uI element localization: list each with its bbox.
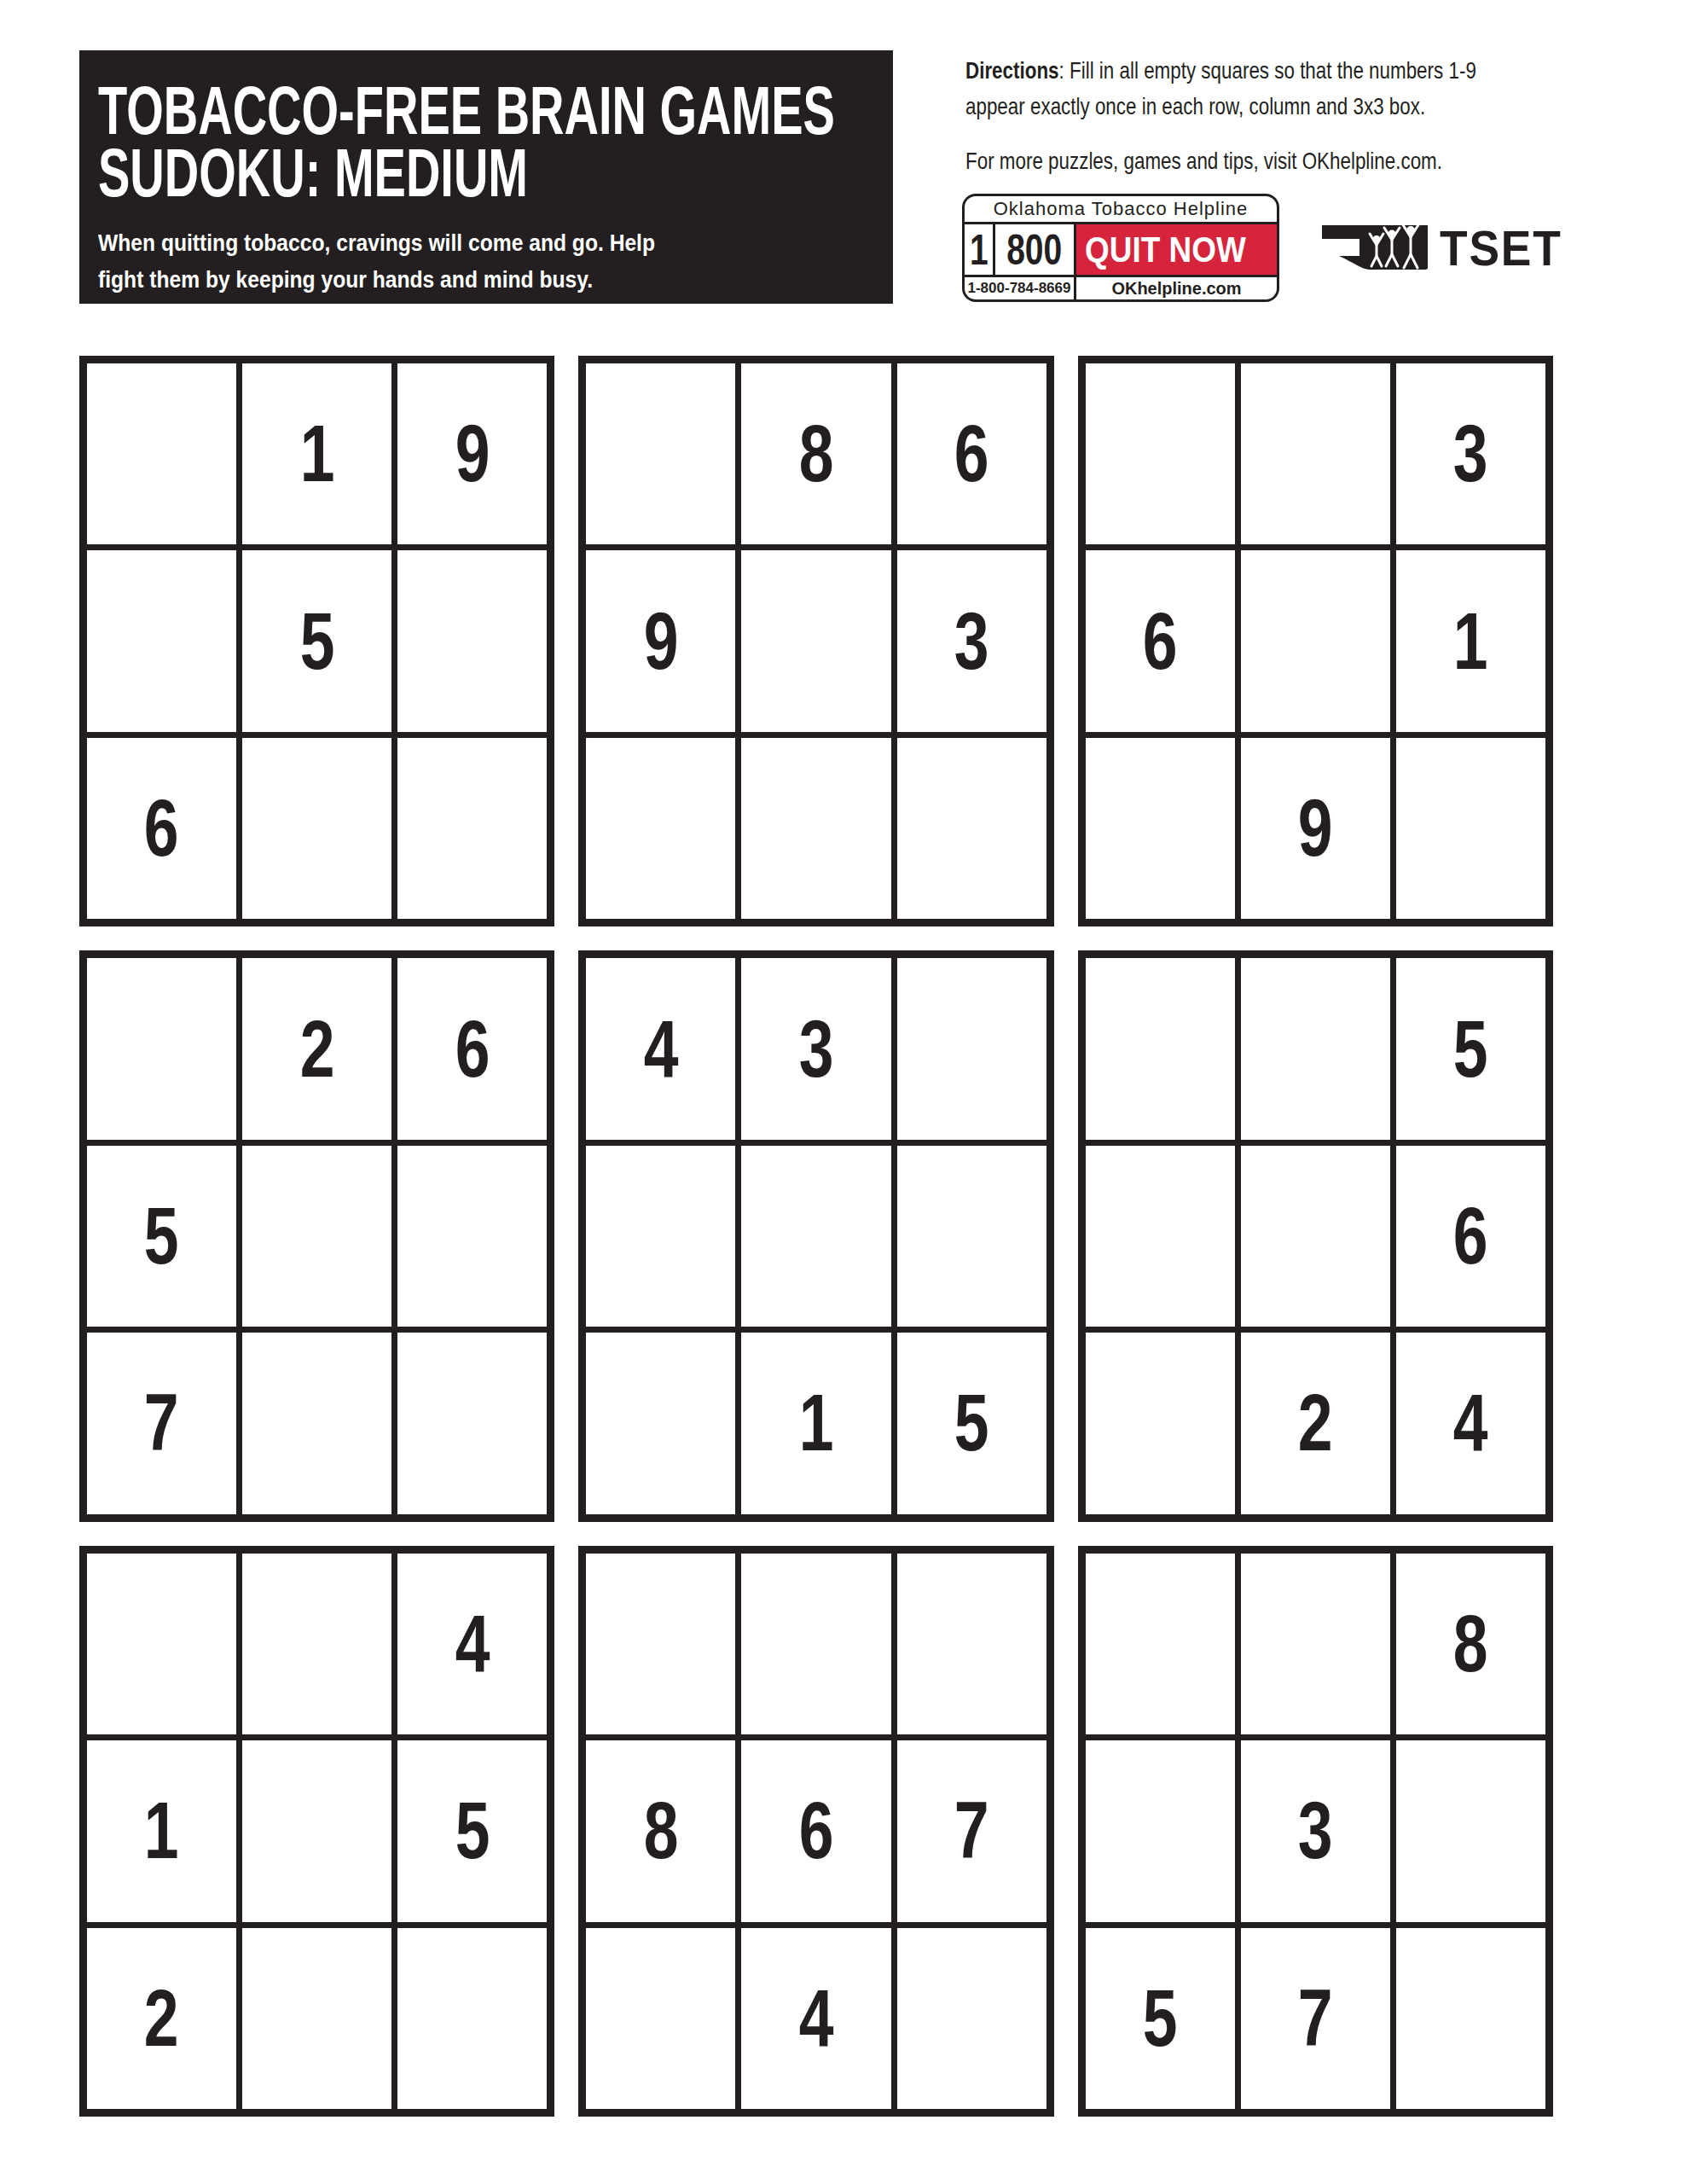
given-digit: 9 xyxy=(1293,788,1337,868)
cell-r5c5[interactable] xyxy=(741,1146,890,1327)
cell-r5c4[interactable] xyxy=(586,1146,735,1327)
page-title-line1-text: TOBACCO-FREE BRAIN GAMES xyxy=(98,79,835,142)
given-digit: 6 xyxy=(794,1791,838,1871)
given-digit: 1 xyxy=(295,414,339,494)
cell-r6c4[interactable] xyxy=(586,1333,735,1513)
cell-r3c2[interactable] xyxy=(242,738,391,919)
cell-r9c3[interactable] xyxy=(397,1928,547,2109)
helpline-number-row: 1 800 QUIT NOW xyxy=(965,224,1277,275)
cell-r9c4[interactable] xyxy=(586,1928,735,2109)
cell-r6c8[interactable]: 2 xyxy=(1241,1333,1390,1513)
cell-r2c7[interactable]: 6 xyxy=(1086,550,1235,731)
cell-r9c5[interactable]: 4 xyxy=(741,1928,890,2109)
directions-more: For more puzzles, games and tips, visit … xyxy=(965,143,1687,179)
tset-logo: TSET xyxy=(1320,213,1573,282)
given-digit: 8 xyxy=(794,414,838,494)
block-r1c2: 8693 xyxy=(578,356,1053,926)
given-digit: 1 xyxy=(1448,601,1493,682)
given-digit: 3 xyxy=(1293,1791,1337,1871)
header-subtitle-line1: When quitting tobacco, cravings will com… xyxy=(98,224,655,261)
given-digit: 5 xyxy=(949,1383,994,1463)
given-digit: 6 xyxy=(139,788,183,868)
block-r1c1: 1956 xyxy=(79,356,554,926)
cell-r6c3[interactable] xyxy=(397,1333,547,1513)
cell-r8c5[interactable]: 6 xyxy=(741,1740,890,1921)
cell-r8c1[interactable]: 1 xyxy=(87,1740,236,1921)
given-digit: 3 xyxy=(794,1009,838,1089)
given-digit: 2 xyxy=(295,1009,339,1089)
helpline-phone-text: 1-800-784-8669 xyxy=(968,280,1071,297)
directions-text1: : Fill in all empty squares so that the … xyxy=(1059,57,1476,84)
block-r1c3: 3619 xyxy=(1078,356,1553,926)
tset-oklahoma-icon xyxy=(1320,213,1429,282)
cell-r2c4[interactable]: 9 xyxy=(586,550,735,731)
helpline-title: Oklahoma Tobacco Helpline xyxy=(965,196,1277,224)
cell-r6c6[interactable]: 5 xyxy=(897,1333,1046,1513)
cell-r3c6[interactable] xyxy=(897,738,1046,919)
cell-r5c9[interactable]: 6 xyxy=(1396,1146,1545,1327)
cell-r3c3[interactable] xyxy=(397,738,547,919)
sudoku-board: 195686933619265743155624415286748357 xyxy=(79,356,1553,2117)
cell-r9c6[interactable] xyxy=(897,1928,1046,2109)
given-digit: 4 xyxy=(450,1604,495,1684)
cell-r1c9[interactable]: 3 xyxy=(1396,363,1545,544)
header-subtitle: When quitting tobacco, cravings will com… xyxy=(98,224,893,298)
given-digit: 5 xyxy=(1138,1978,1182,2059)
given-digit: 8 xyxy=(639,1791,683,1871)
block-r2c2: 4315 xyxy=(578,950,1053,1521)
cell-r7c5[interactable] xyxy=(741,1554,890,1734)
given-digit: 6 xyxy=(949,414,994,494)
cell-r8c2[interactable] xyxy=(242,1740,391,1921)
cell-r2c2[interactable]: 5 xyxy=(242,550,391,731)
cell-r1c5[interactable]: 8 xyxy=(741,363,890,544)
cell-r9c8[interactable]: 7 xyxy=(1241,1928,1390,2109)
cell-r2c3[interactable] xyxy=(397,550,547,731)
cell-r6c1[interactable]: 7 xyxy=(87,1333,236,1513)
given-digit: 1 xyxy=(139,1791,183,1871)
directions-more-text: For more puzzles, games and tips, visit … xyxy=(965,143,1442,179)
directions-line2: appear exactly once in each row, column … xyxy=(965,89,1687,125)
helpline-800: 800 xyxy=(995,224,1074,275)
cell-r9c9[interactable] xyxy=(1396,1928,1545,2109)
directions-label: Directions xyxy=(965,57,1059,84)
tset-label: TSET xyxy=(1440,219,1562,276)
cell-r4c5[interactable]: 3 xyxy=(741,958,890,1139)
cell-r3c7[interactable] xyxy=(1086,738,1235,919)
cell-r8c4[interactable]: 8 xyxy=(586,1740,735,1921)
cell-r8c6[interactable]: 7 xyxy=(897,1740,1046,1921)
directions-text2: appear exactly once in each row, column … xyxy=(965,89,1425,125)
cell-r8c9[interactable] xyxy=(1396,1740,1545,1921)
cell-r6c2[interactable] xyxy=(242,1333,391,1513)
helpline-phone: 1-800-784-8669 xyxy=(965,277,1076,299)
cell-r4c8[interactable] xyxy=(1241,958,1390,1139)
cell-r1c4[interactable] xyxy=(586,363,735,544)
cell-r4c2[interactable]: 2 xyxy=(242,958,391,1139)
cell-r9c2[interactable] xyxy=(242,1928,391,2109)
header-subtitle-line2: fight them by keeping your hands and min… xyxy=(98,261,593,298)
header-box: TOBACCO-FREE BRAIN GAMES SUDOKU: MEDIUM … xyxy=(79,50,893,304)
cell-r4c3[interactable]: 6 xyxy=(397,958,547,1139)
given-digit: 6 xyxy=(450,1009,495,1089)
helpline-title-text: Oklahoma Tobacco Helpline xyxy=(994,198,1249,220)
cell-r5c7[interactable] xyxy=(1086,1146,1235,1327)
quit-now-badge: QUIT NOW xyxy=(1074,224,1277,275)
cell-r7c3[interactable]: 4 xyxy=(397,1554,547,1734)
cell-r3c9[interactable] xyxy=(1396,738,1545,919)
cell-r5c8[interactable] xyxy=(1241,1146,1390,1327)
oklahoma-tobacco-helpline-logo: Oklahoma Tobacco Helpline 1 800 QUIT NOW… xyxy=(962,194,1279,302)
given-digit: 5 xyxy=(1448,1009,1493,1089)
cell-r7c6[interactable] xyxy=(897,1554,1046,1734)
cell-r1c3[interactable]: 9 xyxy=(397,363,547,544)
cell-r1c8[interactable] xyxy=(1241,363,1390,544)
cell-r6c9[interactable]: 4 xyxy=(1396,1333,1545,1513)
cell-r7c2[interactable] xyxy=(242,1554,391,1734)
given-digit: 5 xyxy=(450,1791,495,1871)
cell-r7c8[interactable] xyxy=(1241,1554,1390,1734)
directions: Directions: Fill in all empty squares so… xyxy=(965,53,1687,179)
given-digit: 1 xyxy=(794,1383,838,1463)
cell-r7c4[interactable] xyxy=(586,1554,735,1734)
cell-r1c6[interactable]: 6 xyxy=(897,363,1046,544)
helpline-digit-1: 1 xyxy=(965,224,995,275)
cell-r4c9[interactable]: 5 xyxy=(1396,958,1545,1139)
cell-r7c7[interactable] xyxy=(1086,1554,1235,1734)
quit-now-text: QUIT NOW xyxy=(1085,229,1246,270)
cell-r8c7[interactable] xyxy=(1086,1740,1235,1921)
cell-r2c6[interactable]: 3 xyxy=(897,550,1046,731)
cell-r7c9[interactable]: 8 xyxy=(1396,1554,1545,1734)
helpline-digit-1-text: 1 xyxy=(970,225,988,275)
cell-r3c8[interactable]: 9 xyxy=(1241,738,1390,919)
block-r3c3: 8357 xyxy=(1078,1546,1553,2117)
cell-r4c1[interactable] xyxy=(87,958,236,1139)
given-digit: 2 xyxy=(1293,1383,1337,1463)
block-r2c3: 5624 xyxy=(1078,950,1553,1521)
cell-r2c9[interactable]: 1 xyxy=(1396,550,1545,731)
given-digit: 2 xyxy=(139,1978,183,2059)
block-r2c1: 2657 xyxy=(79,950,554,1521)
page-title-line2: SUDOKU: MEDIUM xyxy=(98,142,893,204)
cell-r9c7[interactable]: 5 xyxy=(1086,1928,1235,2109)
given-digit: 9 xyxy=(639,601,683,682)
given-digit: 7 xyxy=(1293,1978,1337,2059)
cell-r2c1[interactable] xyxy=(87,550,236,731)
cell-r7c1[interactable] xyxy=(87,1554,236,1734)
cell-r5c3[interactable] xyxy=(397,1146,547,1327)
cell-r5c2[interactable] xyxy=(242,1146,391,1327)
cell-r8c8[interactable]: 3 xyxy=(1241,1740,1390,1921)
cell-r8c3[interactable]: 5 xyxy=(397,1740,547,1921)
cell-r1c1[interactable] xyxy=(87,363,236,544)
cell-r5c6[interactable] xyxy=(897,1146,1046,1327)
given-digit: 6 xyxy=(1448,1196,1493,1276)
block-r3c1: 4152 xyxy=(79,1546,554,2117)
given-digit: 3 xyxy=(949,601,994,682)
cell-r3c4[interactable] xyxy=(586,738,735,919)
cell-r4c4[interactable]: 4 xyxy=(586,958,735,1139)
given-digit: 4 xyxy=(794,1978,838,2059)
helpline-footer-row: 1-800-784-8669 OKhelpline.com xyxy=(965,275,1277,299)
given-digit: 6 xyxy=(1138,601,1182,682)
given-digit: 7 xyxy=(949,1791,994,1871)
page-title-line1: TOBACCO-FREE BRAIN GAMES xyxy=(98,79,893,142)
given-digit: 8 xyxy=(1448,1604,1493,1684)
helpline-800-text: 800 xyxy=(1006,225,1062,275)
given-digit: 5 xyxy=(139,1196,183,1276)
cell-r3c5[interactable] xyxy=(741,738,890,919)
block-r3c2: 8674 xyxy=(578,1546,1053,2117)
cell-r1c7[interactable] xyxy=(1086,363,1235,544)
given-digit: 3 xyxy=(1448,414,1493,494)
cell-r4c7[interactable] xyxy=(1086,958,1235,1139)
cell-r3c1[interactable]: 6 xyxy=(87,738,236,919)
cell-r1c2[interactable]: 1 xyxy=(242,363,391,544)
cell-r2c5[interactable] xyxy=(741,550,890,731)
given-digit: 4 xyxy=(1448,1383,1493,1463)
cell-r6c7[interactable] xyxy=(1086,1333,1235,1513)
helpline-site: OKhelpline.com xyxy=(1076,277,1277,299)
given-digit: 5 xyxy=(295,601,339,682)
cell-r2c8[interactable] xyxy=(1241,550,1390,731)
cell-r4c6[interactable] xyxy=(897,958,1046,1139)
helpline-site-text: OKhelpline.com xyxy=(1111,279,1241,299)
given-digit: 7 xyxy=(139,1383,183,1463)
given-digit: 9 xyxy=(450,414,495,494)
cell-r9c1[interactable]: 2 xyxy=(87,1928,236,2109)
page-title-line2-text: SUDOKU: MEDIUM xyxy=(98,142,528,204)
given-digit: 4 xyxy=(639,1009,683,1089)
directions-line1: Directions: Fill in all empty squares so… xyxy=(965,53,1687,89)
cell-r6c5[interactable]: 1 xyxy=(741,1333,890,1513)
cell-r5c1[interactable]: 5 xyxy=(87,1146,236,1327)
